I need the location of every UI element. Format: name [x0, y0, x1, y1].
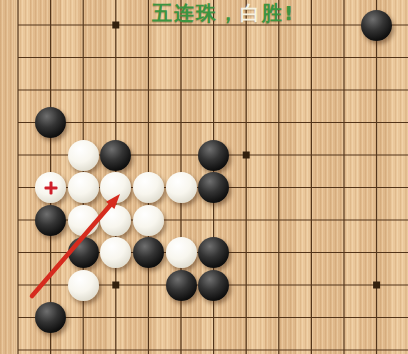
page-title: 五连珠，白胜!: [152, 0, 295, 27]
white-stone: [166, 172, 197, 203]
black-stone: [198, 140, 229, 171]
title-text-green-2: 胜!: [262, 1, 295, 25]
white-stone: [100, 205, 131, 236]
black-stone: [133, 237, 164, 268]
stones-layer: [0, 0, 408, 354]
game-board[interactable]: 五连珠，白胜!: [0, 0, 408, 354]
white-stone: [68, 140, 99, 171]
black-stone: [68, 237, 99, 268]
black-stone: [35, 302, 66, 333]
black-stone: [198, 172, 229, 203]
white-stone: [133, 172, 164, 203]
black-stone: [35, 205, 66, 236]
black-stone: [166, 270, 197, 301]
black-stone: [100, 140, 131, 171]
white-stone: [133, 205, 164, 236]
white-stone: [68, 205, 99, 236]
white-stone: [100, 237, 131, 268]
title-text-green: 五连珠，: [152, 1, 240, 25]
title-word-white: 白: [240, 1, 262, 25]
black-stone: [361, 10, 392, 41]
white-stone: [100, 172, 131, 203]
white-stone: [166, 237, 197, 268]
white-stone: [68, 172, 99, 203]
black-stone: [198, 270, 229, 301]
black-stone: [198, 237, 229, 268]
white-stone: [68, 270, 99, 301]
white-stone: [35, 172, 66, 203]
black-stone: [35, 107, 66, 138]
last-move-marker: [44, 181, 57, 194]
